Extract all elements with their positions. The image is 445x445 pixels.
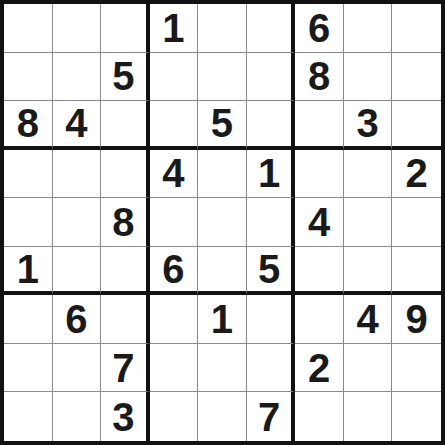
cell-r9c8[interactable]: [344, 392, 393, 441]
cell-r5c9[interactable]: [392, 198, 441, 247]
cell-r8c9[interactable]: [392, 344, 441, 393]
cell-r9c4[interactable]: [150, 392, 199, 441]
cell-r4c6[interactable]: 1: [247, 150, 296, 199]
cell-r5c5[interactable]: [198, 198, 247, 247]
cell-r1c3[interactable]: [101, 4, 150, 53]
cell-r4c5[interactable]: [198, 150, 247, 199]
cell-r4c3[interactable]: [101, 150, 150, 199]
cell-r6c6[interactable]: 5: [247, 247, 296, 296]
cell-r8c7[interactable]: 2: [295, 344, 344, 393]
cell-r3c7[interactable]: [295, 101, 344, 150]
sudoku-board: 165884534128416561497237: [0, 0, 445, 445]
cell-r9c5[interactable]: [198, 392, 247, 441]
cell-r5c8[interactable]: [344, 198, 393, 247]
cell-r1c7[interactable]: 6: [295, 4, 344, 53]
cell-r8c2[interactable]: [53, 344, 102, 393]
cell-r1c5[interactable]: [198, 4, 247, 53]
cell-r1c4[interactable]: 1: [150, 4, 199, 53]
cell-r3c1[interactable]: 8: [4, 101, 53, 150]
cell-r1c8[interactable]: [344, 4, 393, 53]
cell-r4c9[interactable]: 2: [392, 150, 441, 199]
cell-r6c9[interactable]: [392, 247, 441, 296]
cell-r3c6[interactable]: [247, 101, 296, 150]
cell-r7c9[interactable]: 9: [392, 295, 441, 344]
cell-r5c7[interactable]: 4: [295, 198, 344, 247]
cell-r6c7[interactable]: [295, 247, 344, 296]
cell-r2c3[interactable]: 5: [101, 53, 150, 102]
cell-r3c9[interactable]: [392, 101, 441, 150]
cell-r2c4[interactable]: [150, 53, 199, 102]
cell-r6c1[interactable]: 1: [4, 247, 53, 296]
cell-r5c1[interactable]: [4, 198, 53, 247]
cell-r1c6[interactable]: [247, 4, 296, 53]
cell-r6c3[interactable]: [101, 247, 150, 296]
cell-r7c2[interactable]: 6: [53, 295, 102, 344]
cell-r6c8[interactable]: [344, 247, 393, 296]
cell-r2c9[interactable]: [392, 53, 441, 102]
cell-r3c4[interactable]: [150, 101, 199, 150]
cell-r8c4[interactable]: [150, 344, 199, 393]
cell-r2c5[interactable]: [198, 53, 247, 102]
cell-r1c1[interactable]: [4, 4, 53, 53]
cell-r9c9[interactable]: [392, 392, 441, 441]
sudoku-grid: 165884534128416561497237: [4, 4, 441, 441]
cell-r7c3[interactable]: [101, 295, 150, 344]
cell-r9c1[interactable]: [4, 392, 53, 441]
cell-r5c2[interactable]: [53, 198, 102, 247]
cell-r1c2[interactable]: [53, 4, 102, 53]
cell-r8c1[interactable]: [4, 344, 53, 393]
cell-r4c8[interactable]: [344, 150, 393, 199]
cell-r8c6[interactable]: [247, 344, 296, 393]
cell-r9c2[interactable]: [53, 392, 102, 441]
cell-r4c2[interactable]: [53, 150, 102, 199]
cell-r2c6[interactable]: [247, 53, 296, 102]
cell-r4c4[interactable]: 4: [150, 150, 199, 199]
cell-r1c9[interactable]: [392, 4, 441, 53]
cell-r3c3[interactable]: [101, 101, 150, 150]
cell-r7c5[interactable]: 1: [198, 295, 247, 344]
cell-r9c7[interactable]: [295, 392, 344, 441]
cell-r8c3[interactable]: 7: [101, 344, 150, 393]
cell-r5c3[interactable]: 8: [101, 198, 150, 247]
cell-r7c8[interactable]: 4: [344, 295, 393, 344]
cell-r7c6[interactable]: [247, 295, 296, 344]
cell-r9c3[interactable]: 3: [101, 392, 150, 441]
cell-r7c4[interactable]: [150, 295, 199, 344]
cell-r7c1[interactable]: [4, 295, 53, 344]
cell-r8c5[interactable]: [198, 344, 247, 393]
cell-r5c6[interactable]: [247, 198, 296, 247]
cell-r2c7[interactable]: 8: [295, 53, 344, 102]
cell-r4c1[interactable]: [4, 150, 53, 199]
cell-r7c7[interactable]: [295, 295, 344, 344]
cell-r2c2[interactable]: [53, 53, 102, 102]
cell-r6c4[interactable]: 6: [150, 247, 199, 296]
cell-r3c8[interactable]: 3: [344, 101, 393, 150]
cell-r4c7[interactable]: [295, 150, 344, 199]
cell-r3c2[interactable]: 4: [53, 101, 102, 150]
cell-r8c8[interactable]: [344, 344, 393, 393]
cell-r6c2[interactable]: [53, 247, 102, 296]
cell-r5c4[interactable]: [150, 198, 199, 247]
cell-r3c5[interactable]: 5: [198, 101, 247, 150]
cell-r2c1[interactable]: [4, 53, 53, 102]
cell-r2c8[interactable]: [344, 53, 393, 102]
cell-r9c6[interactable]: 7: [247, 392, 296, 441]
cell-r6c5[interactable]: [198, 247, 247, 296]
